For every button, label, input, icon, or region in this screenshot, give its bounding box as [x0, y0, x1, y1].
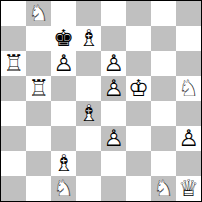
square-e8[interactable]: [101, 1, 126, 26]
square-c4[interactable]: [51, 101, 76, 126]
chess-diagram: ♞♘♚♝♗♜♖♟♙♟♙♜♖♟♙♚♔♞♘♝♗♟♙♟♙♝♗♞♘♞♘♛♕: [0, 0, 202, 202]
square-h4[interactable]: [176, 101, 201, 126]
square-f5[interactable]: ♚♔: [126, 76, 151, 101]
square-a1[interactable]: [1, 176, 26, 201]
square-b2[interactable]: [26, 151, 51, 176]
square-a4[interactable]: [1, 101, 26, 126]
square-e2[interactable]: [101, 151, 126, 176]
square-a5[interactable]: [1, 76, 26, 101]
square-f2[interactable]: [126, 151, 151, 176]
white-queen-icon: ♛♕: [176, 176, 201, 201]
square-f3[interactable]: [126, 126, 151, 151]
square-d5[interactable]: [76, 76, 101, 101]
white-pawn-icon: ♟♙: [101, 126, 126, 151]
white-king-icon: ♚♔: [126, 76, 151, 101]
square-c6[interactable]: ♟♙: [51, 51, 76, 76]
square-e3[interactable]: ♟♙: [101, 126, 126, 151]
square-b4[interactable]: [26, 101, 51, 126]
square-a7[interactable]: [1, 26, 26, 51]
square-f8[interactable]: [126, 1, 151, 26]
square-c8[interactable]: [51, 1, 76, 26]
white-rook-icon: ♜♖: [1, 51, 26, 76]
square-c3[interactable]: [51, 126, 76, 151]
square-g5[interactable]: [151, 76, 176, 101]
square-g7[interactable]: [151, 26, 176, 51]
white-bishop-icon: ♝♗: [76, 26, 101, 51]
white-bishop-icon: ♝♗: [76, 101, 101, 126]
square-d6[interactable]: [76, 51, 101, 76]
square-c1[interactable]: ♞♘: [51, 176, 76, 201]
square-h2[interactable]: [176, 151, 201, 176]
square-d4[interactable]: ♝♗: [76, 101, 101, 126]
square-b6[interactable]: [26, 51, 51, 76]
square-d8[interactable]: [76, 1, 101, 26]
square-b5[interactable]: ♜♖: [26, 76, 51, 101]
white-pawn-icon: ♟♙: [51, 51, 76, 76]
square-b3[interactable]: [26, 126, 51, 151]
square-b7[interactable]: [26, 26, 51, 51]
square-h3[interactable]: ♟♙: [176, 126, 201, 151]
square-f1[interactable]: [126, 176, 151, 201]
square-f6[interactable]: [126, 51, 151, 76]
square-c7[interactable]: ♚: [51, 26, 76, 51]
chess-board: ♞♘♚♝♗♜♖♟♙♟♙♜♖♟♙♚♔♞♘♝♗♟♙♟♙♝♗♞♘♞♘♛♕: [0, 0, 202, 202]
white-pawn-icon: ♟♙: [176, 126, 201, 151]
square-d7[interactable]: ♝♗: [76, 26, 101, 51]
square-e4[interactable]: [101, 101, 126, 126]
white-pawn-icon: ♟♙: [101, 76, 126, 101]
square-a3[interactable]: [1, 126, 26, 151]
square-g4[interactable]: [151, 101, 176, 126]
white-rook-icon: ♜♖: [26, 76, 51, 101]
square-a6[interactable]: ♜♖: [1, 51, 26, 76]
square-e5[interactable]: ♟♙: [101, 76, 126, 101]
square-g8[interactable]: [151, 1, 176, 26]
square-d1[interactable]: [76, 176, 101, 201]
square-h7[interactable]: [176, 26, 201, 51]
square-f7[interactable]: [126, 26, 151, 51]
square-d3[interactable]: [76, 126, 101, 151]
square-b8[interactable]: ♞♘: [26, 1, 51, 26]
white-knight-icon: ♞♘: [26, 1, 51, 26]
square-a2[interactable]: [1, 151, 26, 176]
square-d2[interactable]: [76, 151, 101, 176]
white-knight-icon: ♞♘: [151, 176, 176, 201]
square-g6[interactable]: [151, 51, 176, 76]
square-h1[interactable]: ♛♕: [176, 176, 201, 201]
square-h8[interactable]: [176, 1, 201, 26]
white-knight-icon: ♞♘: [176, 76, 201, 101]
white-knight-icon: ♞♘: [51, 176, 76, 201]
square-h5[interactable]: ♞♘: [176, 76, 201, 101]
square-h6[interactable]: [176, 51, 201, 76]
white-bishop-icon: ♝♗: [51, 151, 76, 176]
square-f4[interactable]: [126, 101, 151, 126]
square-c5[interactable]: [51, 76, 76, 101]
square-g2[interactable]: [151, 151, 176, 176]
square-e6[interactable]: ♟♙: [101, 51, 126, 76]
square-c2[interactable]: ♝♗: [51, 151, 76, 176]
black-king-icon: ♚: [51, 26, 76, 51]
white-pawn-icon: ♟♙: [101, 51, 126, 76]
square-a8[interactable]: [1, 1, 26, 26]
square-g1[interactable]: ♞♘: [151, 176, 176, 201]
square-g3[interactable]: [151, 126, 176, 151]
square-b1[interactable]: [26, 176, 51, 201]
square-e1[interactable]: [101, 176, 126, 201]
square-e7[interactable]: [101, 26, 126, 51]
